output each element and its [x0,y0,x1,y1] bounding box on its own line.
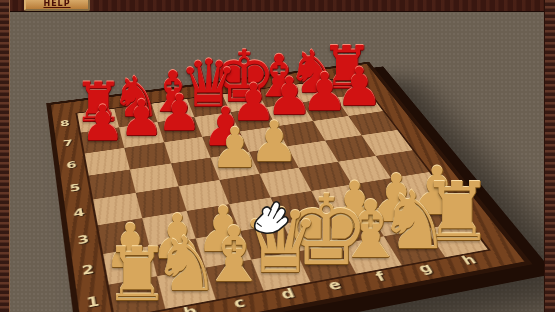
rank-label-7: 7 [58,138,79,150]
piece-red-p-a7[interactable]: ♟ [81,100,125,149]
chess-app-window: 87654321abcdefgh ♜♞♝♛♚♝♞♜♟♟♟♟♟♟♟♟♟♟♟♟♟♟♟… [0,0,555,312]
piece-red-p-c7[interactable]: ♟ [157,88,202,138]
rank-label-1: 1 [80,293,107,312]
rank-label-4: 4 [67,206,90,221]
piece-red-p-b7[interactable]: ♟ [119,94,163,144]
hand-cursor-icon [249,192,296,238]
rank-label-8: 8 [55,118,75,129]
help-button[interactable]: HELP [24,0,90,11]
piece-white-r-a1[interactable]: ♜ [104,237,170,311]
rank-label-3: 3 [71,232,95,248]
window-frame-left [0,0,10,312]
piece-white-p-d5[interactable]: ♟ [210,121,259,176]
window-frame-right [544,0,555,312]
help-button-label: HELP [43,0,70,9]
rank-label-2: 2 [75,261,101,278]
rank-label-5: 5 [64,181,86,195]
rank-label-6: 6 [61,159,82,172]
